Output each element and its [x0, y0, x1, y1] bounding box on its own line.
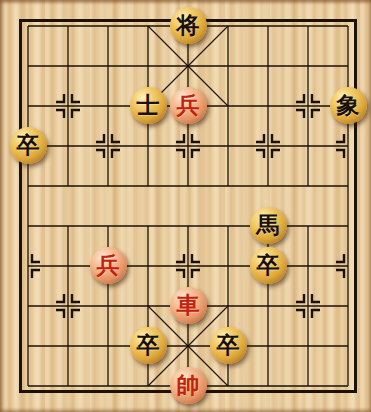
piece-glyph: 卒 — [137, 334, 160, 357]
piece-glyph: 兵 — [177, 94, 200, 117]
piece-glyph: 兵 — [97, 254, 120, 277]
piece-red-general[interactable]: 帥 — [170, 367, 207, 404]
piece-glyph: 士 — [137, 94, 160, 117]
piece-black-soldier[interactable]: 卒 — [210, 327, 247, 364]
piece-red-soldier[interactable]: 兵 — [170, 87, 207, 124]
piece-glyph: 卒 — [17, 134, 40, 157]
piece-black-elephant[interactable]: 象 — [330, 87, 367, 124]
piece-glyph: 将 — [177, 14, 200, 37]
piece-red-chariot[interactable]: 車 — [170, 287, 207, 324]
piece-black-advisor[interactable]: 士 — [130, 87, 167, 124]
piece-black-soldier[interactable]: 卒 — [130, 327, 167, 364]
piece-glyph: 馬 — [257, 214, 280, 237]
board-grid[interactable]: 将士兵象卒馬兵卒車卒卒帥 — [8, 6, 368, 406]
piece-glyph: 帥 — [177, 374, 200, 397]
piece-glyph: 卒 — [217, 334, 240, 357]
piece-black-soldier[interactable]: 卒 — [10, 127, 47, 164]
piece-black-soldier[interactable]: 卒 — [250, 247, 287, 284]
piece-glyph: 車 — [177, 294, 200, 317]
piece-glyph: 象 — [337, 94, 360, 117]
piece-glyph: 卒 — [257, 254, 280, 277]
piece-black-horse[interactable]: 馬 — [250, 207, 287, 244]
xiangqi-board: 将士兵象卒馬兵卒車卒卒帥 — [0, 0, 371, 412]
piece-red-soldier[interactable]: 兵 — [90, 247, 127, 284]
piece-black-general[interactable]: 将 — [170, 7, 207, 44]
